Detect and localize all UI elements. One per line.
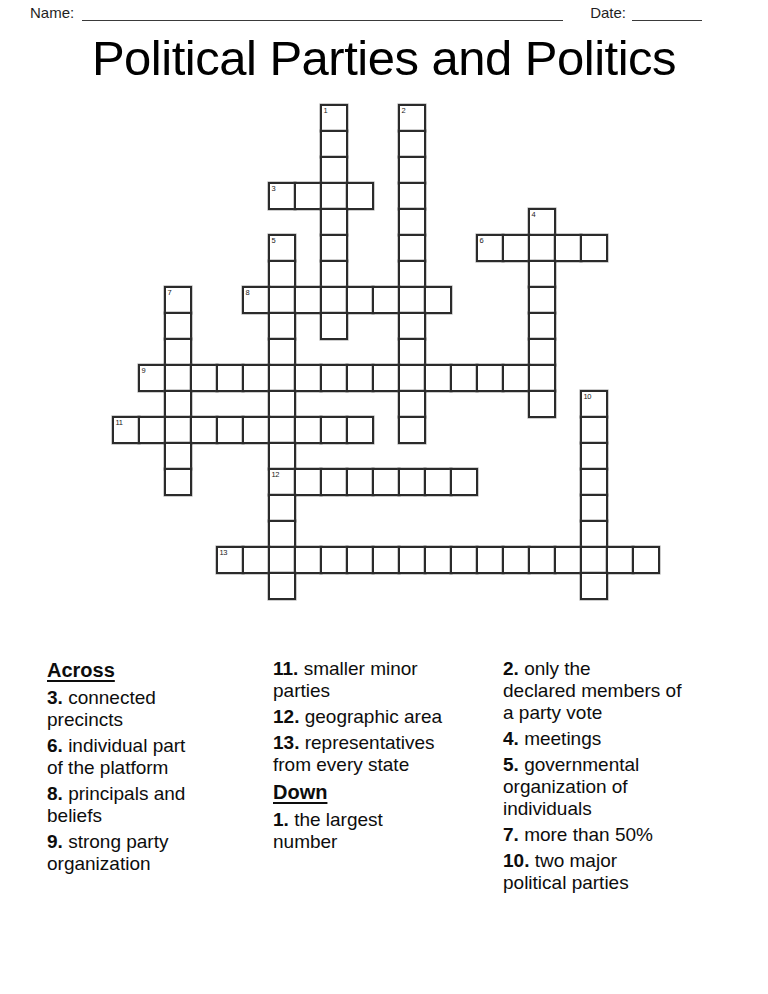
grid-cell-r11c6[interactable] — [268, 390, 296, 418]
clue-down-1: 1. the largest number — [273, 809, 481, 853]
grid-cell-r16c18[interactable] — [580, 520, 608, 548]
grid-cell-r6c8[interactable] — [320, 260, 348, 288]
grid-cell-r17c11[interactable] — [398, 546, 426, 574]
clue-number-8: 8 — [246, 288, 250, 297]
clue-number-4: 4 — [532, 210, 536, 219]
grid-cell-r10c16[interactable] — [528, 364, 556, 392]
clue-across-9: 9. strong party organization — [47, 831, 229, 875]
clue-number-1: 1 — [324, 106, 328, 115]
clues-column-2: 11. smaller minor parties12. geographic … — [273, 658, 481, 857]
grid-cell-r14c2[interactable] — [164, 468, 192, 496]
grid-cell-r7c12[interactable] — [424, 286, 452, 314]
grid-cell-r18c18[interactable] — [580, 572, 608, 600]
grid-cell-r11c2[interactable] — [164, 390, 192, 418]
clue-across-3: 3. connected precincts — [47, 687, 229, 731]
grid-cell-r8c16[interactable] — [528, 312, 556, 340]
grid-cell-r0c8[interactable]: 1 — [320, 104, 348, 132]
grid-cell-r0c11[interactable]: 2 — [398, 104, 426, 132]
grid-cell-r17c7[interactable] — [294, 546, 322, 574]
clue-number-3: 3 — [272, 184, 276, 193]
grid-cell-r5c8[interactable] — [320, 234, 348, 262]
grid-cell-r9c2[interactable] — [164, 338, 192, 366]
grid-cell-r12c8[interactable] — [320, 416, 348, 444]
grid-cell-r15c6[interactable] — [268, 494, 296, 522]
clues-column-3: 2. only the declared members of a party … — [503, 658, 721, 898]
grid-cell-r11c18[interactable]: 10 — [580, 390, 608, 418]
grid-cell-r17c16[interactable] — [528, 546, 556, 574]
grid-cell-r12c6[interactable] — [268, 416, 296, 444]
grid-cell-r9c16[interactable] — [528, 338, 556, 366]
grid-cell-r9c11[interactable] — [398, 338, 426, 366]
grid-cell-r6c6[interactable] — [268, 260, 296, 288]
grid-cell-r7c11[interactable] — [398, 286, 426, 314]
grid-cell-r4c8[interactable] — [320, 208, 348, 236]
grid-cell-r12c0[interactable]: 11 — [112, 416, 140, 444]
grid-cell-r1c11[interactable] — [398, 130, 426, 158]
clue-number-12: 12 — [272, 470, 280, 479]
clue-number-13: 13 — [220, 548, 228, 557]
clue-number-2: 2 — [402, 106, 406, 115]
grid-cell-r8c6[interactable] — [268, 312, 296, 340]
grid-cell-r10c5[interactable] — [242, 364, 270, 392]
grid-cell-r5c16[interactable] — [528, 234, 556, 262]
grid-cell-r17c10[interactable] — [372, 546, 400, 574]
grid-cell-r17c20[interactable] — [632, 546, 660, 574]
clue-across-13: 13. representatives from every state — [273, 732, 481, 776]
grid-cell-r17c6[interactable] — [268, 546, 296, 574]
grid-cell-r17c13[interactable] — [450, 546, 478, 574]
clue-number-5: 5 — [272, 236, 276, 245]
grid-cell-r7c6[interactable] — [268, 286, 296, 314]
date-blank-line[interactable] — [632, 5, 702, 21]
grid-cell-r4c11[interactable] — [398, 208, 426, 236]
grid-cell-r10c12[interactable] — [424, 364, 452, 392]
grid-cell-r10c15[interactable] — [502, 364, 530, 392]
clue-down-7: 7. more than 50% — [503, 824, 721, 846]
grid-cell-r3c9[interactable] — [346, 182, 374, 210]
page-title: Political Parties and Politics — [0, 31, 768, 85]
grid-cell-r14c7[interactable] — [294, 468, 322, 496]
down-clues-part1: 1. the largest number — [273, 809, 481, 853]
grid-cell-r5c11[interactable] — [398, 234, 426, 262]
grid-cell-r5c17[interactable] — [554, 234, 582, 262]
across-header: Across — [47, 658, 229, 683]
crossword-grid: 12345678910111213 — [112, 104, 660, 600]
grid-cell-r9c6[interactable] — [268, 338, 296, 366]
grid-cell-r7c16[interactable] — [528, 286, 556, 314]
grid-cell-r7c10[interactable] — [372, 286, 400, 314]
grid-cell-r7c9[interactable] — [346, 286, 374, 314]
grid-cell-r1c8[interactable] — [320, 130, 348, 158]
clue-down-2: 2. only the declared members of a party … — [503, 658, 721, 724]
grid-cell-r17c17[interactable] — [554, 546, 582, 574]
grid-cell-r14c6[interactable]: 12 — [268, 468, 296, 496]
grid-cell-r10c4[interactable] — [216, 364, 244, 392]
grid-cell-r12c5[interactable] — [242, 416, 270, 444]
across-clues-part1: 3. connected precincts6. individual part… — [47, 687, 229, 875]
name-date-row: Name: Date: — [30, 4, 702, 21]
clue-across-8: 8. principals and beliefs — [47, 783, 229, 827]
grid-cell-r6c16[interactable] — [528, 260, 556, 288]
grid-cell-r3c6[interactable]: 3 — [268, 182, 296, 210]
clue-across-12: 12. geographic area — [273, 706, 481, 728]
clue-number-9: 9 — [142, 366, 146, 375]
grid-cell-r14c11[interactable] — [398, 468, 426, 496]
grid-cell-r2c11[interactable] — [398, 156, 426, 184]
clue-across-11: 11. smaller minor parties — [273, 658, 481, 702]
grid-cell-r8c11[interactable] — [398, 312, 426, 340]
grid-cell-r12c18[interactable] — [580, 416, 608, 444]
grid-cell-r10c10[interactable] — [372, 364, 400, 392]
grid-cell-r4c16[interactable]: 4 — [528, 208, 556, 236]
grid-cell-r16c6[interactable] — [268, 520, 296, 548]
grid-cell-r12c1[interactable] — [138, 416, 166, 444]
grid-cell-r7c5[interactable]: 8 — [242, 286, 270, 314]
grid-cell-r12c4[interactable] — [216, 416, 244, 444]
grid-cell-r12c11[interactable] — [398, 416, 426, 444]
grid-cell-r12c3[interactable] — [190, 416, 218, 444]
grid-cell-r10c11[interactable] — [398, 364, 426, 392]
grid-cell-r10c9[interactable] — [346, 364, 374, 392]
grid-cell-r10c6[interactable] — [268, 364, 296, 392]
grid-cell-r7c7[interactable] — [294, 286, 322, 314]
grid-cell-r5c6[interactable]: 5 — [268, 234, 296, 262]
grid-cell-r12c2[interactable] — [164, 416, 192, 444]
clue-number-10: 10 — [584, 392, 592, 401]
grid-cell-r14c18[interactable] — [580, 468, 608, 496]
grid-cell-r17c5[interactable] — [242, 546, 270, 574]
grid-cell-r11c11[interactable] — [398, 390, 426, 418]
clue-number-11: 11 — [116, 418, 123, 427]
grid-cell-r14c9[interactable] — [346, 468, 374, 496]
grid-cell-r12c7[interactable] — [294, 416, 322, 444]
grid-cell-r13c6[interactable] — [268, 442, 296, 470]
grid-cell-r10c7[interactable] — [294, 364, 322, 392]
grid-cell-r11c16[interactable] — [528, 390, 556, 418]
clues-column-1: Across 3. connected precincts6. individu… — [47, 658, 229, 879]
grid-cell-r17c8[interactable] — [320, 546, 348, 574]
grid-cell-r10c1[interactable]: 9 — [138, 364, 166, 392]
grid-cell-r10c13[interactable] — [450, 364, 478, 392]
grid-cell-r8c8[interactable] — [320, 312, 348, 340]
grid-cell-r8c2[interactable] — [164, 312, 192, 340]
grid-cell-r3c8[interactable] — [320, 182, 348, 210]
grid-cell-r3c7[interactable] — [294, 182, 322, 210]
grid-cell-r2c8[interactable] — [320, 156, 348, 184]
grid-cell-r13c2[interactable] — [164, 442, 192, 470]
name-blank-line[interactable] — [82, 5, 563, 21]
clue-down-4: 4. meetings — [503, 728, 721, 750]
across-clues-part2: 11. smaller minor parties12. geographic … — [273, 658, 481, 776]
grid-cell-r10c14[interactable] — [476, 364, 504, 392]
grid-cell-r17c14[interactable] — [476, 546, 504, 574]
grid-cell-r10c3[interactable] — [190, 364, 218, 392]
grid-cell-r10c2[interactable] — [164, 364, 192, 392]
grid-cell-r5c15[interactable] — [502, 234, 530, 262]
grid-cell-r7c8[interactable] — [320, 286, 348, 314]
grid-cell-r6c11[interactable] — [398, 260, 426, 288]
grid-cell-r14c12[interactable] — [424, 468, 452, 496]
worksheet-page: Name: Date: Political Parties and Politi… — [0, 0, 768, 994]
clue-number-7: 7 — [168, 288, 172, 297]
grid-cell-r13c18[interactable] — [580, 442, 608, 470]
grid-cell-r17c9[interactable] — [346, 546, 374, 574]
grid-cell-r10c8[interactable] — [320, 364, 348, 392]
grid-cell-r7c2[interactable]: 7 — [164, 286, 192, 314]
date-label: Date: — [590, 4, 626, 21]
clue-down-5: 5. governmental organization of individu… — [503, 754, 721, 820]
down-header: Down — [273, 780, 481, 805]
down-clues-part2: 2. only the declared members of a party … — [503, 658, 721, 894]
grid-cell-r5c14[interactable]: 6 — [476, 234, 504, 262]
grid-cell-r15c18[interactable] — [580, 494, 608, 522]
grid-cell-r17c18[interactable] — [580, 546, 608, 574]
grid-cell-r17c19[interactable] — [606, 546, 634, 574]
grid-cell-r3c11[interactable] — [398, 182, 426, 210]
clue-down-10: 10. two major political parties — [503, 850, 721, 894]
grid-cell-r12c9[interactable] — [346, 416, 374, 444]
grid-cell-r17c15[interactable] — [502, 546, 530, 574]
grid-cell-r17c4[interactable]: 13 — [216, 546, 244, 574]
grid-cell-r5c18[interactable] — [580, 234, 608, 262]
clue-across-6: 6. individual part of the platform — [47, 735, 229, 779]
grid-cell-r14c13[interactable] — [450, 468, 478, 496]
grid-cell-r18c6[interactable] — [268, 572, 296, 600]
grid-cell-r14c10[interactable] — [372, 468, 400, 496]
name-label: Name: — [30, 4, 74, 21]
clue-number-6: 6 — [480, 236, 484, 245]
grid-cell-r14c8[interactable] — [320, 468, 348, 496]
grid-cell-r17c12[interactable] — [424, 546, 452, 574]
